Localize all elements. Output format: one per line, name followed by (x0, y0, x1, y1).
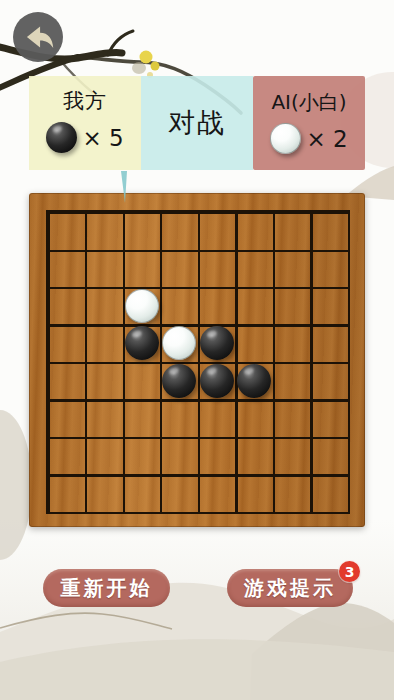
game-board (29, 193, 365, 527)
white-stone-r3c3 (162, 326, 196, 360)
black-stone-r4c3 (162, 364, 196, 398)
white-stone-r2c2 (125, 289, 159, 323)
ai-count-row: × 2 (270, 123, 347, 154)
restart-button[interactable]: 重新开始 (43, 569, 170, 607)
hint-badge: 3 (339, 561, 360, 582)
player-label: 我方 (63, 87, 107, 115)
ai-score-panel: AI(小白) × 2 (253, 76, 365, 170)
hint-label: 游戏提示 (244, 575, 336, 602)
black-stone-icon (46, 122, 77, 153)
player-count-row: × 5 (46, 122, 123, 153)
ai-label: AI(小白) (271, 89, 346, 116)
board-grid[interactable] (46, 210, 350, 514)
player-score-panel: 我方 × 5 (29, 76, 141, 170)
back-button[interactable] (13, 12, 63, 62)
versus-label: 对战 (168, 105, 226, 141)
black-stone-r3c2 (125, 326, 159, 360)
black-stone-r3c4 (200, 326, 234, 360)
restart-label: 重新开始 (61, 575, 153, 602)
ai-count: × 2 (306, 126, 347, 152)
black-stone-r4c4 (200, 364, 234, 398)
scoreboard: 我方 × 5 对战 AI(小白) × 2 (29, 76, 365, 170)
hint-button[interactable]: 游戏提示 3 (227, 569, 353, 607)
player-count: × 5 (82, 125, 123, 151)
white-stone-icon (270, 123, 301, 154)
back-arrow-icon (20, 19, 56, 55)
versus-panel: 对战 (141, 76, 253, 170)
black-stone-r4c5 (237, 364, 271, 398)
